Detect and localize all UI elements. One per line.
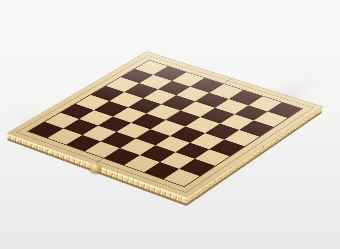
photo-background <box>0 0 340 249</box>
chess-board <box>8 52 322 197</box>
playing-area <box>27 60 303 187</box>
